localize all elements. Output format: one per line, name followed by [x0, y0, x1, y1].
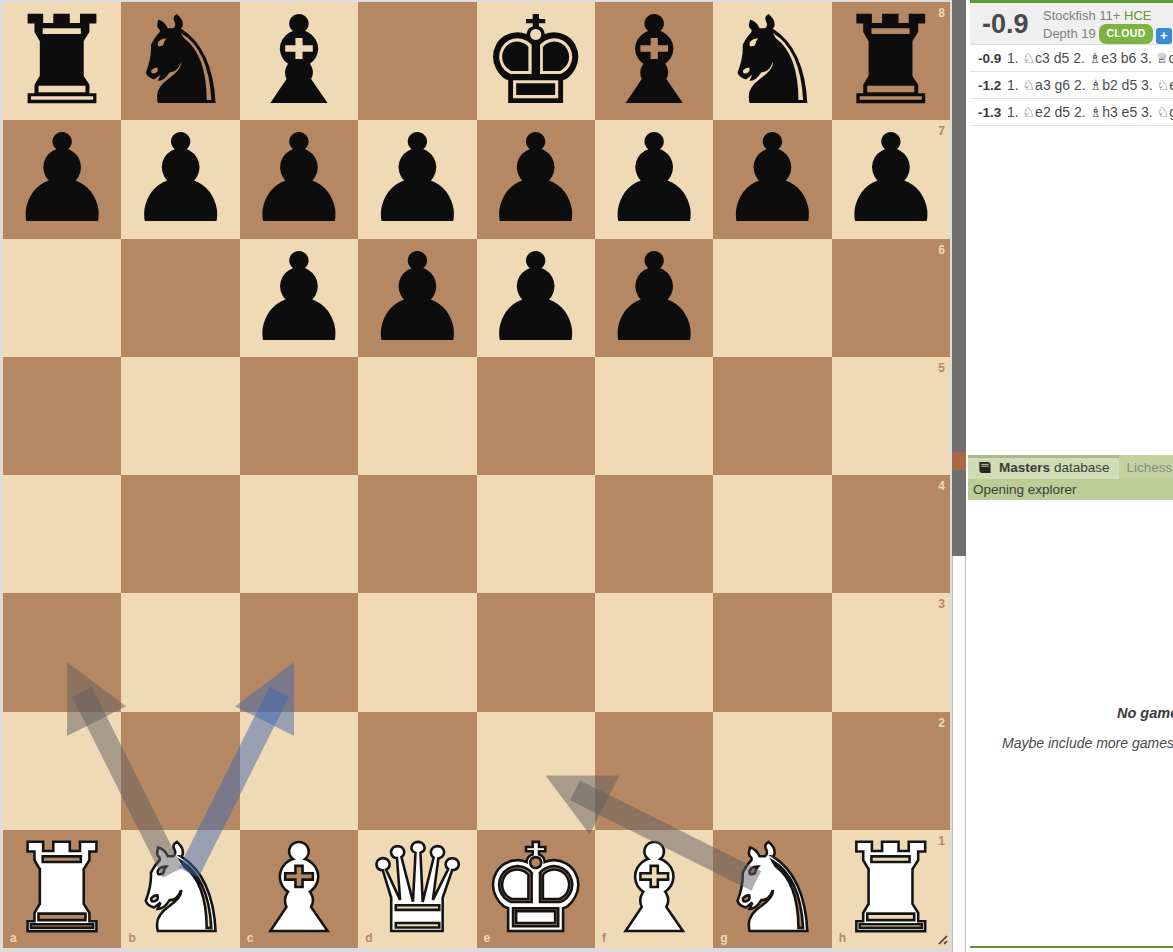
square-d7[interactable]: ♟: [358, 120, 476, 238]
square-e5[interactable]: [477, 357, 595, 475]
scrollbar-thumb[interactable]: [952, 0, 966, 556]
square-h1[interactable]: ♜1h: [832, 830, 950, 948]
square-f2[interactable]: [595, 712, 713, 830]
book-icon: [977, 461, 992, 474]
piece-black-pawn[interactable]: ♟: [477, 239, 595, 357]
square-e6[interactable]: ♟: [477, 239, 595, 357]
square-c3[interactable]: [240, 593, 358, 711]
square-a6[interactable]: [3, 239, 121, 357]
square-b1[interactable]: ♞b: [121, 830, 239, 948]
square-e2[interactable]: [477, 712, 595, 830]
tab-label: database: [1054, 460, 1110, 475]
scrollbar-track[interactable]: [952, 556, 966, 952]
square-g8[interactable]: ♞: [713, 2, 831, 120]
line-eval: -1.2: [970, 78, 1000, 93]
line-moves: 1. ♘a3 g6 2. ♗b2 d5 3. ♘e2: [1007, 77, 1173, 93]
square-c8[interactable]: ♝: [240, 2, 358, 120]
square-g3[interactable]: [713, 593, 831, 711]
square-g6[interactable]: [713, 239, 831, 357]
square-h8[interactable]: ♜8: [832, 2, 950, 120]
coord-rank-3: 3: [938, 597, 945, 611]
square-h7[interactable]: ♟7: [832, 120, 950, 238]
explorer-empty-hint: Maybe include more games fr: [1002, 735, 1173, 751]
square-a1[interactable]: ♜a: [3, 830, 121, 948]
square-h2[interactable]: 2: [832, 712, 950, 830]
explorer-tabs: Masters database Lichess P: [968, 455, 1173, 479]
engine-eval-box: -0.9 Stockfish 11+ HCE Depth 19 CLOUD+: [970, 3, 1173, 45]
piece-white-knight[interactable]: ♞: [713, 830, 831, 948]
explorer-empty-title: No games: [1117, 705, 1173, 721]
piece-black-bishop[interactable]: ♝: [595, 2, 713, 120]
piece-white-king[interactable]: ♚: [477, 830, 595, 948]
engine-hce-label: HCE: [1124, 8, 1151, 23]
square-f8[interactable]: ♝: [595, 2, 713, 120]
square-a7[interactable]: ♟: [3, 120, 121, 238]
piece-black-bishop[interactable]: ♝: [240, 2, 358, 120]
piece-black-pawn[interactable]: ♟: [595, 120, 713, 238]
engine-name: Stockfish 11+: [1043, 8, 1120, 23]
square-f5[interactable]: [595, 357, 713, 475]
piece-black-knight[interactable]: ♞: [713, 2, 831, 120]
coord-rank-2: 2: [938, 716, 945, 730]
piece-black-pawn[interactable]: ♟: [477, 120, 595, 238]
square-f7[interactable]: ♟: [595, 120, 713, 238]
square-h6[interactable]: 6: [832, 239, 950, 357]
square-c5[interactable]: [240, 357, 358, 475]
piece-black-knight[interactable]: ♞: [121, 2, 239, 120]
square-g7[interactable]: ♟: [713, 120, 831, 238]
square-h4[interactable]: 4: [832, 475, 950, 593]
add-line-button[interactable]: +: [1156, 28, 1172, 44]
square-c7[interactable]: ♟: [240, 120, 358, 238]
engine-line-3[interactable]: -1.3 1. ♘e2 d5 2. ♗h3 e5 3. ♘g3: [970, 99, 1173, 126]
panel-bottom-accent: [970, 946, 1173, 948]
chess-board[interactable]: ♜♞♝♚♝♞♜8♟♟♟♟♟♟♟♟7♟♟♟♟65432♜a♞b♝c♛d♚e♝f♞g…: [3, 2, 950, 948]
square-d3[interactable]: [358, 593, 476, 711]
engine-line-1[interactable]: -0.9 1. ♘c3 d5 2. ♗e3 b6 3. ♕c2 g6: [970, 45, 1173, 72]
line-moves: 1. ♘e2 d5 2. ♗h3 e5 3. ♘g3: [1007, 104, 1173, 120]
explorer-title: Opening explorer: [968, 479, 1173, 500]
chess-board-area: ♜♞♝♚♝♞♜8♟♟♟♟♟♟♟♟7♟♟♟♟65432♜a♞b♝c♛d♚e♝f♞g…: [0, 0, 953, 952]
square-b5[interactable]: [121, 357, 239, 475]
panel-divider: [952, 0, 966, 952]
engine-depth: Depth 19: [1043, 26, 1096, 41]
square-f6[interactable]: ♟: [595, 239, 713, 357]
engine-line-2[interactable]: -1.2 1. ♘a3 g6 2. ♗b2 d5 3. ♘e2: [970, 72, 1173, 99]
square-f3[interactable]: [595, 593, 713, 711]
square-b4[interactable]: [121, 475, 239, 593]
square-b6[interactable]: [121, 239, 239, 357]
square-a5[interactable]: [3, 357, 121, 475]
square-d1[interactable]: ♛d: [358, 830, 476, 948]
tab-masters-database[interactable]: Masters database: [968, 455, 1119, 479]
square-g2[interactable]: [713, 712, 831, 830]
opening-explorer-panel: Masters database Lichess P Opening explo…: [968, 455, 1173, 500]
square-a4[interactable]: [3, 475, 121, 593]
piece-white-rook[interactable]: ♜: [832, 830, 950, 948]
square-d2[interactable]: [358, 712, 476, 830]
square-e8[interactable]: ♚: [477, 2, 595, 120]
piece-black-pawn[interactable]: ♟: [713, 120, 831, 238]
square-a3[interactable]: [3, 593, 121, 711]
square-g1[interactable]: ♞g: [713, 830, 831, 948]
scrollbar-position-marker: [952, 452, 966, 470]
square-b2[interactable]: [121, 712, 239, 830]
piece-black-pawn[interactable]: ♟: [358, 239, 476, 357]
tab-lichess[interactable]: Lichess: [1119, 455, 1173, 479]
square-a8[interactable]: ♜: [3, 2, 121, 120]
square-d4[interactable]: [358, 475, 476, 593]
square-h3[interactable]: 3: [832, 593, 950, 711]
board-resize-handle[interactable]: [934, 931, 949, 946]
line-eval: -1.3: [970, 105, 1000, 120]
analysis-sidebar: -0.9 Stockfish 11+ HCE Depth 19 CLOUD+ -…: [966, 0, 1173, 952]
piece-white-queen[interactable]: ♛: [358, 830, 476, 948]
resize-grip-icon: [934, 931, 949, 946]
eval-score: -0.9: [982, 3, 1029, 45]
square-f1[interactable]: ♝f: [595, 830, 713, 948]
engine-name-row: Stockfish 11+ HCE: [1043, 7, 1172, 24]
piece-black-rook[interactable]: ♜: [832, 2, 950, 120]
piece-white-bishop[interactable]: ♝: [240, 830, 358, 948]
square-c2[interactable]: [240, 712, 358, 830]
piece-black-pawn[interactable]: ♟: [3, 120, 121, 238]
coord-rank-5: 5: [938, 361, 945, 375]
square-g4[interactable]: [713, 475, 831, 593]
square-b7[interactable]: ♟: [121, 120, 239, 238]
piece-white-bishop[interactable]: ♝: [595, 830, 713, 948]
engine-lines: -0.9 1. ♘c3 d5 2. ♗e3 b6 3. ♕c2 g6 -1.2 …: [970, 45, 1173, 126]
square-e7[interactable]: ♟: [477, 120, 595, 238]
square-g5[interactable]: [713, 357, 831, 475]
square-f4[interactable]: [595, 475, 713, 593]
square-b3[interactable]: [121, 593, 239, 711]
square-e1[interactable]: ♚e: [477, 830, 595, 948]
square-d5[interactable]: [358, 357, 476, 475]
line-moves: 1. ♘c3 d5 2. ♗e3 b6 3. ♕c2 g6: [1007, 50, 1173, 66]
piece-black-rook[interactable]: ♜: [3, 2, 121, 120]
piece-black-pawn[interactable]: ♟: [595, 239, 713, 357]
square-h5[interactable]: 5: [832, 357, 950, 475]
square-d6[interactable]: ♟: [358, 239, 476, 357]
piece-white-knight[interactable]: ♞: [121, 830, 239, 948]
piece-white-rook[interactable]: ♜: [3, 830, 121, 948]
square-d8[interactable]: [358, 2, 476, 120]
square-b8[interactable]: ♞: [121, 2, 239, 120]
coord-rank-4: 4: [938, 479, 945, 493]
square-e3[interactable]: [477, 593, 595, 711]
piece-black-pawn[interactable]: ♟: [121, 120, 239, 238]
square-c6[interactable]: ♟: [240, 239, 358, 357]
square-c1[interactable]: ♝c: [240, 830, 358, 948]
engine-depth-row: Depth 19 CLOUD+: [1043, 24, 1172, 44]
piece-black-pawn[interactable]: ♟: [240, 120, 358, 238]
square-a2[interactable]: [3, 712, 121, 830]
tab-label-bold: Masters: [999, 460, 1050, 475]
cloud-badge: CLOUD: [1099, 24, 1152, 44]
piece-black-pawn[interactable]: ♟: [240, 239, 358, 357]
square-c4[interactable]: [240, 475, 358, 593]
coord-rank-6: 6: [938, 243, 945, 257]
piece-black-king[interactable]: ♚: [477, 2, 595, 120]
square-e4[interactable]: [477, 475, 595, 593]
line-eval: -0.9: [970, 51, 1000, 66]
piece-black-pawn[interactable]: ♟: [358, 120, 476, 238]
piece-black-pawn[interactable]: ♟: [832, 120, 950, 238]
